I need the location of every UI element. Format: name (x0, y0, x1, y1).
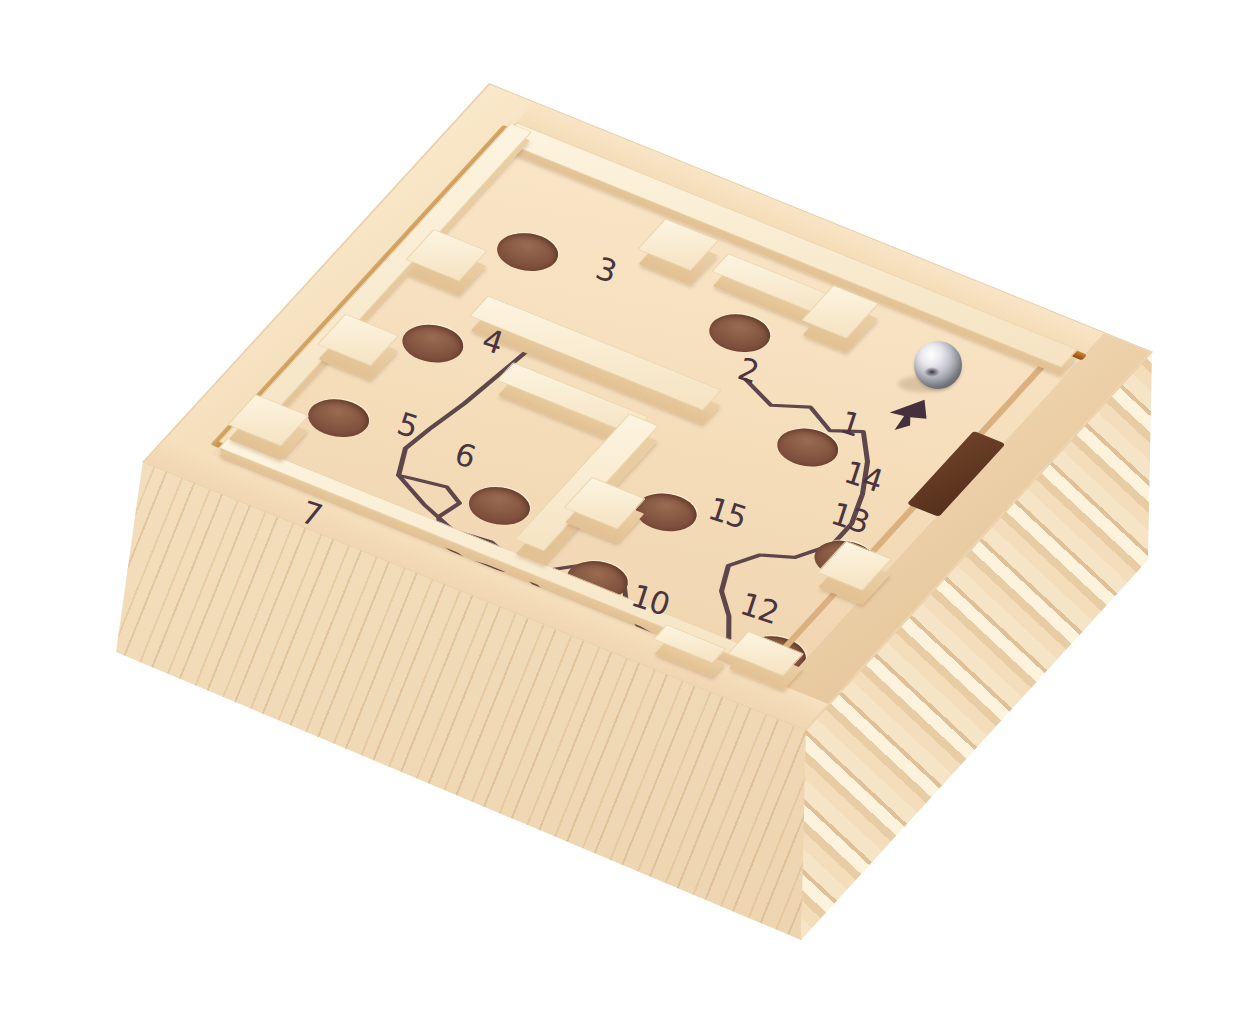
steel-ball[interactable] (914, 341, 962, 389)
labyrinth-game-photo: 3 4 5 6 7 2 1 14 13 15 10 12 (0, 0, 1234, 1024)
start-arrow-icon (880, 396, 928, 434)
